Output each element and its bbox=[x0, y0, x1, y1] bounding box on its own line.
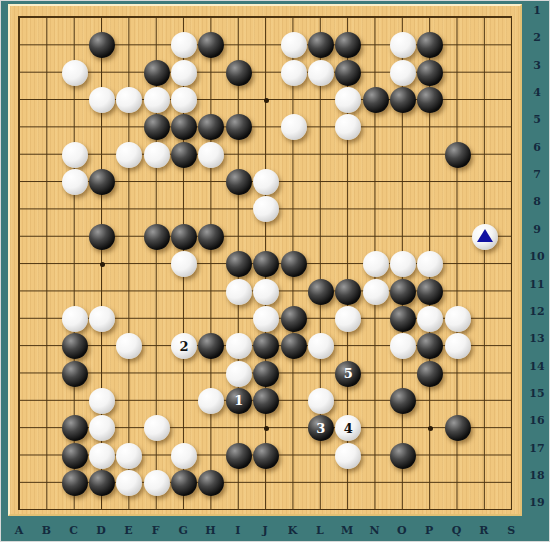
stone-black-J15 bbox=[253, 388, 279, 414]
stone-black-C17 bbox=[62, 443, 88, 469]
stone-white-D12 bbox=[89, 306, 115, 332]
stone-white-O2 bbox=[390, 32, 416, 58]
stone-white-C7 bbox=[62, 169, 88, 195]
stone-white-I13 bbox=[226, 333, 252, 359]
stone-black-I3 bbox=[226, 60, 252, 86]
stone-white-D17 bbox=[89, 443, 115, 469]
stone-black-G5 bbox=[171, 114, 197, 140]
stone-white-E4 bbox=[116, 87, 142, 113]
row-label-4: 4 bbox=[527, 86, 547, 100]
row-label-12: 12 bbox=[527, 305, 547, 319]
stone-white-C3 bbox=[62, 60, 88, 86]
stone-white-E18 bbox=[116, 470, 142, 496]
go-board-grid[interactable]: 25134 bbox=[18, 16, 512, 510]
stone-white-D15 bbox=[89, 388, 115, 414]
stone-white-N11 bbox=[363, 279, 389, 305]
column-label-L: L bbox=[310, 524, 330, 540]
stone-white-F16 bbox=[144, 415, 170, 441]
column-label-D: D bbox=[91, 524, 111, 540]
column-label-I: I bbox=[228, 524, 248, 540]
stone-white-E17 bbox=[116, 443, 142, 469]
stone-black-L11 bbox=[308, 279, 334, 305]
column-label-P: P bbox=[419, 524, 439, 540]
star-point bbox=[264, 426, 269, 431]
stone-black-I17 bbox=[226, 443, 252, 469]
column-label-G: G bbox=[173, 524, 193, 540]
row-label-19: 19 bbox=[527, 496, 547, 510]
move-number-label: 2 bbox=[180, 340, 189, 353]
move-number-label: 4 bbox=[344, 422, 353, 435]
stone-white-N10 bbox=[363, 251, 389, 277]
stone-white-E13 bbox=[116, 333, 142, 359]
stone-black-F5 bbox=[144, 114, 170, 140]
stone-black-P11 bbox=[417, 279, 443, 305]
column-label-S: S bbox=[501, 524, 521, 540]
stone-white-D4 bbox=[89, 87, 115, 113]
stone-white-M17 bbox=[335, 443, 361, 469]
stone-black-J17 bbox=[253, 443, 279, 469]
row-label-5: 5 bbox=[527, 113, 547, 127]
stone-black-H9 bbox=[198, 224, 224, 250]
column-label-N: N bbox=[365, 524, 385, 540]
stone-white-G4 bbox=[171, 87, 197, 113]
stone-white-F6 bbox=[144, 142, 170, 168]
stone-black-J10 bbox=[253, 251, 279, 277]
stone-black-H5 bbox=[198, 114, 224, 140]
star-point bbox=[264, 98, 269, 103]
move-number-label: 3 bbox=[316, 422, 325, 435]
stone-black-D18 bbox=[89, 470, 115, 496]
stone-white-C6 bbox=[62, 142, 88, 168]
stone-white-P10 bbox=[417, 251, 443, 277]
stone-black-K13 bbox=[281, 333, 307, 359]
stone-black-G9 bbox=[171, 224, 197, 250]
stone-black-H18 bbox=[198, 470, 224, 496]
column-label-C: C bbox=[64, 524, 84, 540]
stone-white-H15 bbox=[198, 388, 224, 414]
stone-white-K3 bbox=[281, 60, 307, 86]
stone-white-R9 bbox=[472, 224, 498, 250]
star-point bbox=[428, 426, 433, 431]
stone-white-K5 bbox=[281, 114, 307, 140]
stone-white-M4 bbox=[335, 87, 361, 113]
stone-white-O3 bbox=[390, 60, 416, 86]
row-label-11: 11 bbox=[527, 278, 547, 292]
stone-black-P4 bbox=[417, 87, 443, 113]
stone-white-H6 bbox=[198, 142, 224, 168]
stone-black-C13 bbox=[62, 333, 88, 359]
stone-black-K10 bbox=[281, 251, 307, 277]
row-label-14: 14 bbox=[527, 360, 547, 374]
row-label-17: 17 bbox=[527, 442, 547, 456]
stone-white-M5 bbox=[335, 114, 361, 140]
stone-white-C12 bbox=[62, 306, 88, 332]
stone-white-Q12 bbox=[445, 306, 471, 332]
stone-black-Q16 bbox=[445, 415, 471, 441]
stone-white-J12 bbox=[253, 306, 279, 332]
stone-black-I5 bbox=[226, 114, 252, 140]
row-label-1: 1 bbox=[527, 4, 547, 18]
row-label-8: 8 bbox=[527, 195, 547, 209]
stone-black-O12 bbox=[390, 306, 416, 332]
row-label-3: 3 bbox=[527, 59, 547, 73]
stone-black-K12 bbox=[281, 306, 307, 332]
stone-white-I11 bbox=[226, 279, 252, 305]
stone-black-O4 bbox=[390, 87, 416, 113]
stone-white-G17 bbox=[171, 443, 197, 469]
stone-white-O10 bbox=[390, 251, 416, 277]
row-label-2: 2 bbox=[527, 31, 547, 45]
stone-black-L16: 3 bbox=[308, 415, 334, 441]
stone-black-M14: 5 bbox=[335, 361, 361, 387]
row-label-18: 18 bbox=[527, 469, 547, 483]
stone-black-I7 bbox=[226, 169, 252, 195]
stone-white-J11 bbox=[253, 279, 279, 305]
stone-white-Q13 bbox=[445, 333, 471, 359]
stone-white-M16: 4 bbox=[335, 415, 361, 441]
stone-black-P3 bbox=[417, 60, 443, 86]
stone-black-M3 bbox=[335, 60, 361, 86]
stone-black-J14 bbox=[253, 361, 279, 387]
stone-white-G13: 2 bbox=[171, 333, 197, 359]
stone-black-P13 bbox=[417, 333, 443, 359]
column-label-R: R bbox=[474, 524, 494, 540]
stone-black-F3 bbox=[144, 60, 170, 86]
column-label-Q: Q bbox=[447, 524, 467, 540]
stone-white-L15 bbox=[308, 388, 334, 414]
stone-black-D7 bbox=[89, 169, 115, 195]
row-label-9: 9 bbox=[527, 223, 547, 237]
column-label-K: K bbox=[283, 524, 303, 540]
stone-black-D9 bbox=[89, 224, 115, 250]
row-label-7: 7 bbox=[527, 168, 547, 182]
stone-white-K2 bbox=[281, 32, 307, 58]
row-label-13: 13 bbox=[527, 332, 547, 346]
stone-black-M11 bbox=[335, 279, 361, 305]
stone-white-I14 bbox=[226, 361, 252, 387]
column-label-J: J bbox=[255, 524, 275, 540]
move-number-label: 1 bbox=[234, 394, 243, 407]
move-number-label: 5 bbox=[344, 367, 353, 380]
column-label-F: F bbox=[146, 524, 166, 540]
stone-white-L3 bbox=[308, 60, 334, 86]
row-label-10: 10 bbox=[527, 250, 547, 264]
triangle-marker-icon bbox=[477, 229, 493, 242]
stone-white-M12 bbox=[335, 306, 361, 332]
stone-white-G3 bbox=[171, 60, 197, 86]
stone-white-D16 bbox=[89, 415, 115, 441]
stone-black-N4 bbox=[363, 87, 389, 113]
stone-white-P12 bbox=[417, 306, 443, 332]
stone-black-H2 bbox=[198, 32, 224, 58]
stone-black-G18 bbox=[171, 470, 197, 496]
stone-white-F18 bbox=[144, 470, 170, 496]
stone-black-P2 bbox=[417, 32, 443, 58]
stone-black-O17 bbox=[390, 443, 416, 469]
column-label-M: M bbox=[337, 524, 357, 540]
column-label-B: B bbox=[36, 524, 56, 540]
stone-black-Q6 bbox=[445, 142, 471, 168]
stone-black-H13 bbox=[198, 333, 224, 359]
column-label-H: H bbox=[200, 524, 220, 540]
stone-black-M2 bbox=[335, 32, 361, 58]
stone-black-J13 bbox=[253, 333, 279, 359]
stone-white-G10 bbox=[171, 251, 197, 277]
row-label-16: 16 bbox=[527, 414, 547, 428]
stone-black-L2 bbox=[308, 32, 334, 58]
stone-white-E6 bbox=[116, 142, 142, 168]
stone-white-O13 bbox=[390, 333, 416, 359]
stone-black-P14 bbox=[417, 361, 443, 387]
stone-black-I10 bbox=[226, 251, 252, 277]
stone-white-F4 bbox=[144, 87, 170, 113]
stone-white-L13 bbox=[308, 333, 334, 359]
row-label-15: 15 bbox=[527, 387, 547, 401]
stone-white-J8 bbox=[253, 196, 279, 222]
go-app-window: 25134 ABCDEFGHIJKLMNOPQRS 12345678910111… bbox=[0, 0, 550, 542]
row-label-6: 6 bbox=[527, 141, 547, 155]
stone-white-G2 bbox=[171, 32, 197, 58]
stone-black-I15: 1 bbox=[226, 388, 252, 414]
stone-black-D2 bbox=[89, 32, 115, 58]
column-label-E: E bbox=[118, 524, 138, 540]
column-label-A: A bbox=[9, 524, 29, 540]
stone-white-J7 bbox=[253, 169, 279, 195]
stone-black-F9 bbox=[144, 224, 170, 250]
star-point bbox=[100, 262, 105, 267]
stone-black-C16 bbox=[62, 415, 88, 441]
stone-black-G6 bbox=[171, 142, 197, 168]
stone-black-C18 bbox=[62, 470, 88, 496]
column-label-O: O bbox=[392, 524, 412, 540]
stone-black-C14 bbox=[62, 361, 88, 387]
stone-black-O11 bbox=[390, 279, 416, 305]
stone-black-O15 bbox=[390, 388, 416, 414]
